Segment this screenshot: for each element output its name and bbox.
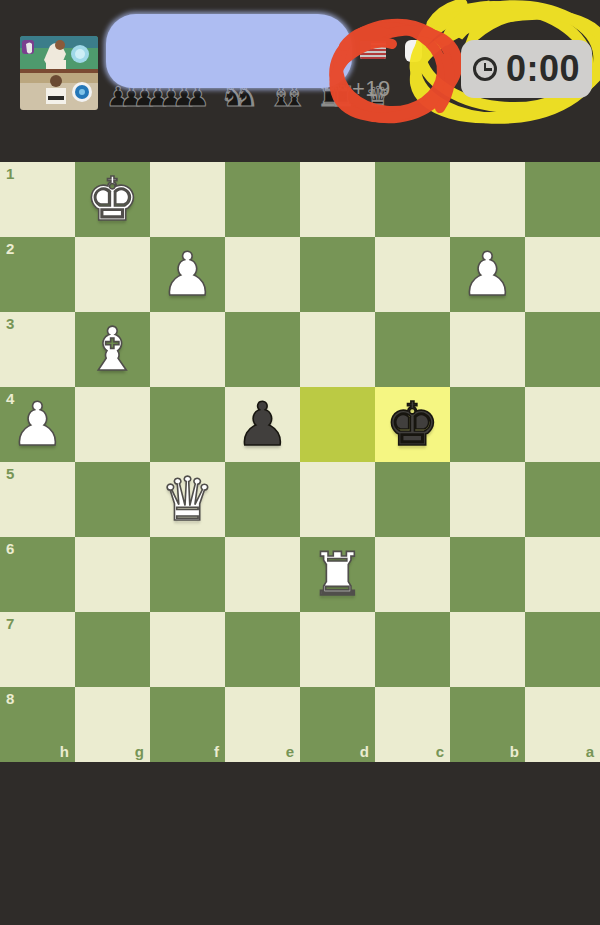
clock-icon xyxy=(473,57,497,81)
square-c8[interactable]: c xyxy=(375,687,450,762)
file-label: b xyxy=(510,743,519,760)
white-queen: ♛ xyxy=(150,462,225,537)
rank-label: 2 xyxy=(6,240,14,257)
square-a2[interactable] xyxy=(525,237,600,312)
square-c1[interactable] xyxy=(375,162,450,237)
square-d5[interactable] xyxy=(300,462,375,537)
square-e6[interactable] xyxy=(225,537,300,612)
square-c2[interactable] xyxy=(375,237,450,312)
file-label: g xyxy=(135,743,144,760)
top-player-avatar[interactable] xyxy=(20,36,98,110)
square-e5[interactable] xyxy=(225,462,300,537)
top-player-bar: ♟♟♟♟♟♟♟♞♞♝♝♜♜♛ +19 0:00 xyxy=(0,0,600,162)
square-f3[interactable] xyxy=(150,312,225,387)
file-label: f xyxy=(214,743,219,760)
rank-label: 7 xyxy=(6,615,14,632)
file-label: c xyxy=(436,743,444,760)
square-b7[interactable] xyxy=(450,612,525,687)
square-b8[interactable]: b xyxy=(450,687,525,762)
white-rook: ♜ xyxy=(300,537,375,612)
square-f6[interactable] xyxy=(150,537,225,612)
black-king: ♚ xyxy=(375,387,450,462)
rank-label: 1 xyxy=(6,165,14,182)
partially-hidden-icon xyxy=(405,40,422,62)
square-e1[interactable] xyxy=(225,162,300,237)
square-d8[interactable]: d xyxy=(300,687,375,762)
file-label: e xyxy=(286,743,294,760)
white-pawn: ♟ xyxy=(0,387,75,462)
square-h3[interactable]: 3 xyxy=(0,312,75,387)
rank-label: 3 xyxy=(6,315,14,332)
material-advantage: +19 xyxy=(352,76,391,102)
square-b4[interactable] xyxy=(450,387,525,462)
square-a1[interactable] xyxy=(525,162,600,237)
bottom-player-bar: S 4) ♟♟♟♟♟♞♞♝♜ 0:30 xyxy=(0,762,600,925)
square-g2[interactable] xyxy=(75,237,150,312)
square-a6[interactable] xyxy=(525,537,600,612)
square-d4[interactable] xyxy=(300,387,375,462)
square-h1[interactable]: 1 xyxy=(0,162,75,237)
square-e3[interactable] xyxy=(225,312,300,387)
square-e8[interactable]: e xyxy=(225,687,300,762)
file-label: h xyxy=(60,743,69,760)
square-c4[interactable]: ♚ xyxy=(375,387,450,462)
rank-label: 6 xyxy=(6,540,14,557)
file-label: a xyxy=(586,743,594,760)
square-c6[interactable] xyxy=(375,537,450,612)
square-g8[interactable]: g xyxy=(75,687,150,762)
square-c3[interactable] xyxy=(375,312,450,387)
square-b3[interactable] xyxy=(450,312,525,387)
square-d3[interactable] xyxy=(300,312,375,387)
white-bishop: ♝ xyxy=(75,312,150,387)
square-g1[interactable]: ♚ xyxy=(75,162,150,237)
square-f5[interactable]: ♛ xyxy=(150,462,225,537)
square-h5[interactable]: 5 xyxy=(0,462,75,537)
square-h4[interactable]: 4♟ xyxy=(0,387,75,462)
square-h7[interactable]: 7 xyxy=(0,612,75,687)
square-a3[interactable] xyxy=(525,312,600,387)
rank-label: 8 xyxy=(6,690,14,707)
square-d2[interactable] xyxy=(300,237,375,312)
square-g3[interactable]: ♝ xyxy=(75,312,150,387)
avatar-meme-image xyxy=(20,36,98,110)
file-label: d xyxy=(360,743,369,760)
square-g6[interactable] xyxy=(75,537,150,612)
square-h8[interactable]: 8h xyxy=(0,687,75,762)
square-h2[interactable]: 2 xyxy=(0,237,75,312)
white-pawn: ♟ xyxy=(450,237,525,312)
square-e2[interactable] xyxy=(225,237,300,312)
square-a4[interactable] xyxy=(525,387,600,462)
square-d6[interactable]: ♜ xyxy=(300,537,375,612)
square-b2[interactable]: ♟ xyxy=(450,237,525,312)
us-flag-icon xyxy=(360,41,386,59)
square-a7[interactable] xyxy=(525,612,600,687)
white-king: ♚ xyxy=(75,162,150,237)
square-f8[interactable]: f xyxy=(150,687,225,762)
square-b1[interactable] xyxy=(450,162,525,237)
square-f1[interactable] xyxy=(150,162,225,237)
top-player-clock: 0:00 xyxy=(461,40,592,98)
square-h6[interactable]: 6 xyxy=(0,537,75,612)
black-pawn: ♟ xyxy=(225,387,300,462)
square-f2[interactable]: ♟ xyxy=(150,237,225,312)
square-f7[interactable] xyxy=(150,612,225,687)
square-d7[interactable] xyxy=(300,612,375,687)
chess-board: 1♚2♟♟3♝4♟♟♚5♛6♜78hgfedcba xyxy=(0,162,600,762)
square-g4[interactable] xyxy=(75,387,150,462)
top-name-scribble xyxy=(106,14,352,88)
square-g5[interactable] xyxy=(75,462,150,537)
square-g7[interactable] xyxy=(75,612,150,687)
square-f4[interactable] xyxy=(150,387,225,462)
white-pawn: ♟ xyxy=(150,237,225,312)
square-c7[interactable] xyxy=(375,612,450,687)
square-a8[interactable]: a xyxy=(525,687,600,762)
square-b5[interactable] xyxy=(450,462,525,537)
square-b6[interactable] xyxy=(450,537,525,612)
rank-label: 5 xyxy=(6,465,14,482)
square-c5[interactable] xyxy=(375,462,450,537)
square-d1[interactable] xyxy=(300,162,375,237)
square-a5[interactable] xyxy=(525,462,600,537)
top-clock-time: 0:00 xyxy=(506,48,580,90)
square-e7[interactable] xyxy=(225,612,300,687)
square-e4[interactable]: ♟ xyxy=(225,387,300,462)
